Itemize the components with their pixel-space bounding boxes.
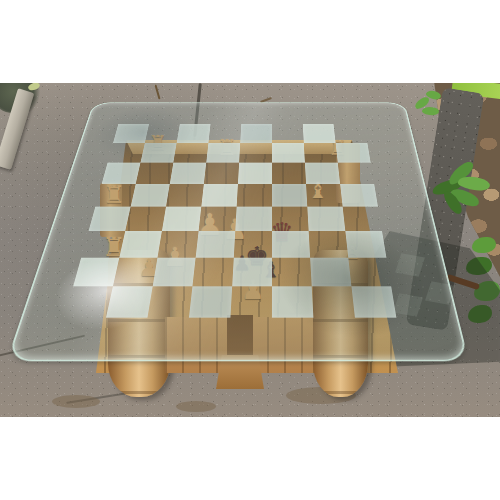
board-cell-clear <box>272 207 309 232</box>
photo-stage: ♜♜♜♜♜♝♟♟♟♟♟♙♛♚♝♟ <box>0 0 500 500</box>
board-cell-frosted <box>272 143 305 163</box>
board-cell-frosted <box>89 207 131 232</box>
board-cell-clear <box>95 184 135 207</box>
board-cell-clear <box>309 231 349 258</box>
board-cell-frosted <box>177 124 211 143</box>
board-cell-clear <box>348 258 391 287</box>
board-cell-clear <box>64 286 112 317</box>
board-cell-frosted <box>351 286 396 317</box>
board-cell-clear <box>157 231 198 258</box>
board-cell-frosted <box>119 231 162 258</box>
board-cell-frosted <box>170 163 206 184</box>
board-cell-clear <box>312 286 355 317</box>
board-cell-frosted <box>272 286 313 317</box>
board-cell-frosted <box>305 163 340 184</box>
board-cell-clear <box>338 163 374 184</box>
board-cell-frosted <box>240 124 272 143</box>
outdoor-photo: ♜♜♜♜♜♝♟♟♟♟♟♙♛♚♝♟ <box>0 83 500 417</box>
board-cell-clear <box>272 163 306 184</box>
board-cell-clear <box>334 124 368 143</box>
board-cell-frosted <box>106 286 153 317</box>
board-cell-frosted <box>272 184 307 207</box>
board-cell-frosted <box>113 124 149 143</box>
board-cell-frosted <box>140 143 176 163</box>
board-cell-clear <box>108 143 145 163</box>
glass-top <box>50 83 435 389</box>
board-cell-clear <box>113 258 158 287</box>
board-cell-frosted <box>307 207 345 232</box>
board-cell-frosted <box>189 286 232 317</box>
board-cell-clear <box>272 124 304 143</box>
board-cell-clear <box>208 124 241 143</box>
board-cell-clear <box>237 184 272 207</box>
board-cell-frosted <box>238 163 272 184</box>
board-cell-clear <box>306 184 343 207</box>
board-cell-frosted <box>272 231 310 258</box>
board-cell-clear <box>145 124 180 143</box>
board-cell-frosted <box>336 143 371 163</box>
board-cell-clear <box>230 286 272 317</box>
glass-surface <box>6 102 469 361</box>
board-cell-clear <box>192 258 233 287</box>
board-cell-frosted <box>73 258 119 287</box>
board-cell-clear <box>272 258 312 287</box>
board-cell-frosted <box>235 207 272 232</box>
board-cell-clear <box>204 163 239 184</box>
board-cell-frosted <box>196 231 236 258</box>
board-cell-frosted <box>162 207 201 232</box>
board-cell-clear <box>136 163 174 184</box>
board-cell-clear <box>234 231 272 258</box>
board-cell-frosted <box>303 124 336 143</box>
board-cell-clear <box>239 143 272 163</box>
board-cell-clear <box>147 286 192 317</box>
board-cell-frosted <box>153 258 196 287</box>
board-cell-clear <box>81 231 125 258</box>
board-cell-frosted <box>206 143 240 163</box>
board-cell-clear <box>125 207 166 232</box>
board-cell-clear <box>343 207 382 232</box>
board-cell-clear <box>199 207 237 232</box>
board-cell-frosted <box>310 258 351 287</box>
board-cell-frosted <box>102 163 141 184</box>
board-cell-frosted <box>201 184 238 207</box>
board-cell-frosted <box>232 258 272 287</box>
board-cell-frosted <box>131 184 170 207</box>
chessboard <box>64 124 396 317</box>
board-cell-frosted <box>340 184 378 207</box>
board-cell-frosted <box>345 231 386 258</box>
board-cell-clear <box>173 143 208 163</box>
board-cell-clear <box>166 184 204 207</box>
board-cell-clear <box>304 143 338 163</box>
